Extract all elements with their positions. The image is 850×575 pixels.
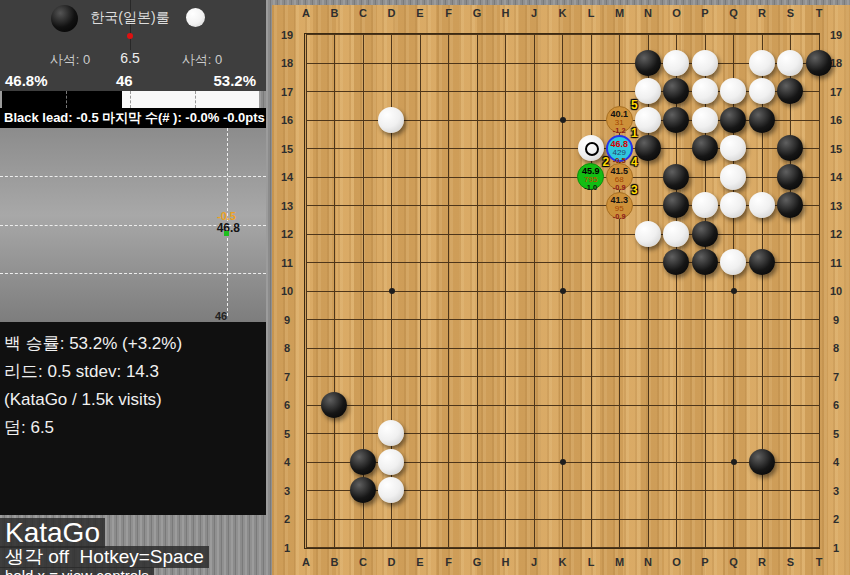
white-stone[interactable]: [777, 50, 803, 76]
board-cell-A13[interactable]: [292, 191, 321, 220]
board-cell-J17[interactable]: [520, 77, 549, 106]
board-cell-N7[interactable]: [634, 362, 663, 391]
board-cell-K8[interactable]: [548, 334, 577, 363]
board-cell-M8[interactable]: [605, 334, 634, 363]
board-cell-T13[interactable]: [805, 191, 834, 220]
board-cell-S17[interactable]: [776, 77, 805, 106]
go-board[interactable]: AABBCCDDEEFFGGHHJJKKLLMMNNOOPPQQRRSSTT19…: [272, 5, 850, 575]
board-cell-D9[interactable]: [377, 305, 406, 334]
board-cell-Q2[interactable]: [719, 505, 748, 534]
winrate-graph[interactable]: -0.5 46.8 46: [0, 128, 266, 322]
board-cell-K11[interactable]: [548, 248, 577, 277]
board-cell-T4[interactable]: [805, 448, 834, 477]
board-cell-E2[interactable]: [406, 505, 435, 534]
board-cell-P11[interactable]: [691, 248, 720, 277]
board-cell-M11[interactable]: [605, 248, 634, 277]
board-cell-C14[interactable]: [349, 163, 378, 192]
board-cell-C3[interactable]: [349, 476, 378, 505]
board-cell-S6[interactable]: [776, 391, 805, 420]
board-cell-G8[interactable]: [463, 334, 492, 363]
white-stone[interactable]: [378, 107, 404, 133]
board-cell-A9[interactable]: [292, 305, 321, 334]
board-cell-A16[interactable]: [292, 106, 321, 135]
board-cell-B8[interactable]: [320, 334, 349, 363]
board-cell-N5[interactable]: [634, 419, 663, 448]
black-stone[interactable]: [663, 107, 689, 133]
board-cell-T19[interactable]: [805, 20, 834, 49]
board-cell-F10[interactable]: [434, 277, 463, 306]
board-cell-L7[interactable]: [577, 362, 606, 391]
board-cell-F3[interactable]: [434, 476, 463, 505]
board-cell-A12[interactable]: [292, 220, 321, 249]
board-cell-P3[interactable]: [691, 476, 720, 505]
board-cell-B5[interactable]: [320, 419, 349, 448]
board-cell-L16[interactable]: [577, 106, 606, 135]
board-cell-B18[interactable]: [320, 49, 349, 78]
board-cell-H4[interactable]: [491, 448, 520, 477]
board-cell-M12[interactable]: [605, 220, 634, 249]
board-cell-G11[interactable]: [463, 248, 492, 277]
board-cell-F9[interactable]: [434, 305, 463, 334]
board-cell-Q5[interactable]: [719, 419, 748, 448]
board-cell-F13[interactable]: [434, 191, 463, 220]
board-cell-D2[interactable]: [377, 505, 406, 534]
board-cell-F15[interactable]: [434, 134, 463, 163]
board-cell-D5[interactable]: [377, 419, 406, 448]
black-stone[interactable]: [350, 449, 376, 475]
board-cell-Q13[interactable]: [719, 191, 748, 220]
board-cell-R6[interactable]: [748, 391, 777, 420]
board-cell-J9[interactable]: [520, 305, 549, 334]
board-cell-H18[interactable]: [491, 49, 520, 78]
board-cell-L5[interactable]: [577, 419, 606, 448]
board-cell-G10[interactable]: [463, 277, 492, 306]
board-cell-A18[interactable]: [292, 49, 321, 78]
board-cell-H3[interactable]: [491, 476, 520, 505]
board-cell-L1[interactable]: [577, 533, 606, 562]
board-cell-S13[interactable]: [776, 191, 805, 220]
board-cell-O3[interactable]: [662, 476, 691, 505]
board-cell-E1[interactable]: [406, 533, 435, 562]
white-stone[interactable]: [578, 135, 604, 161]
board-cell-Q7[interactable]: [719, 362, 748, 391]
white-stone[interactable]: [635, 221, 661, 247]
board-cell-M14[interactable]: 41.568-0.94: [605, 163, 634, 192]
board-cell-T7[interactable]: [805, 362, 834, 391]
board-cell-J4[interactable]: [520, 448, 549, 477]
board-cell-B7[interactable]: [320, 362, 349, 391]
board-cell-Q14[interactable]: [719, 163, 748, 192]
analysis-move-L14[interactable]: 45.9795-1.0: [577, 163, 604, 190]
analysis-move-M13[interactable]: 41.395-0.9: [606, 192, 633, 219]
board-cell-J18[interactable]: [520, 49, 549, 78]
board-cell-T3[interactable]: [805, 476, 834, 505]
board-cell-H16[interactable]: [491, 106, 520, 135]
board-cell-A17[interactable]: [292, 77, 321, 106]
board-cell-H8[interactable]: [491, 334, 520, 363]
board-cell-L4[interactable]: [577, 448, 606, 477]
board-cell-D1[interactable]: [377, 533, 406, 562]
board-cell-R13[interactable]: [748, 191, 777, 220]
board-cell-O13[interactable]: [662, 191, 691, 220]
white-stone[interactable]: [378, 477, 404, 503]
board-cell-P16[interactable]: [691, 106, 720, 135]
board-cell-M10[interactable]: [605, 277, 634, 306]
board-cell-E17[interactable]: [406, 77, 435, 106]
board-cell-O6[interactable]: [662, 391, 691, 420]
board-cell-A10[interactable]: [292, 277, 321, 306]
board-cell-A14[interactable]: [292, 163, 321, 192]
board-cell-G15[interactable]: [463, 134, 492, 163]
board-cell-G12[interactable]: [463, 220, 492, 249]
board-cell-F17[interactable]: [434, 77, 463, 106]
board-cell-F11[interactable]: [434, 248, 463, 277]
board-cell-K15[interactable]: [548, 134, 577, 163]
board-cell-B10[interactable]: [320, 277, 349, 306]
board-cell-M18[interactable]: [605, 49, 634, 78]
black-stone[interactable]: [777, 78, 803, 104]
board-cell-K1[interactable]: [548, 533, 577, 562]
board-cell-N17[interactable]: [634, 77, 663, 106]
board-cell-A5[interactable]: [292, 419, 321, 448]
board-cell-J15[interactable]: [520, 134, 549, 163]
board-cell-R16[interactable]: [748, 106, 777, 135]
board-cell-R19[interactable]: [748, 20, 777, 49]
board-cell-D18[interactable]: [377, 49, 406, 78]
board-cell-G17[interactable]: [463, 77, 492, 106]
board-cell-N18[interactable]: [634, 49, 663, 78]
board-cell-G1[interactable]: [463, 533, 492, 562]
board-cell-G2[interactable]: [463, 505, 492, 534]
board-cell-K6[interactable]: [548, 391, 577, 420]
board-cell-G19[interactable]: [463, 20, 492, 49]
board-cell-R3[interactable]: [748, 476, 777, 505]
white-stone[interactable]: [692, 192, 718, 218]
board-cell-C17[interactable]: [349, 77, 378, 106]
board-cell-S9[interactable]: [776, 305, 805, 334]
board-cell-H1[interactable]: [491, 533, 520, 562]
board-cell-F12[interactable]: [434, 220, 463, 249]
board-cell-T10[interactable]: [805, 277, 834, 306]
board-cell-L8[interactable]: [577, 334, 606, 363]
board-cell-O19[interactable]: [662, 20, 691, 49]
board-cell-A4[interactable]: [292, 448, 321, 477]
board-cell-E7[interactable]: [406, 362, 435, 391]
board-cell-N11[interactable]: [634, 248, 663, 277]
board-cell-N19[interactable]: [634, 20, 663, 49]
board-cell-M2[interactable]: [605, 505, 634, 534]
board-cell-T16[interactable]: [805, 106, 834, 135]
board-cell-S10[interactable]: [776, 277, 805, 306]
board-cell-S2[interactable]: [776, 505, 805, 534]
board-cell-E19[interactable]: [406, 20, 435, 49]
board-cell-A3[interactable]: [292, 476, 321, 505]
board-cell-R7[interactable]: [748, 362, 777, 391]
black-stone[interactable]: [692, 135, 718, 161]
thinking-toggle-label[interactable]: 생각 off Hotkey=Space: [0, 546, 209, 568]
board-cell-Q11[interactable]: [719, 248, 748, 277]
board-cell-P15[interactable]: [691, 134, 720, 163]
board-cell-G14[interactable]: [463, 163, 492, 192]
board-cell-T14[interactable]: [805, 163, 834, 192]
board-cell-B2[interactable]: [320, 505, 349, 534]
analysis-move-M16[interactable]: 40.131-1.2: [606, 106, 633, 133]
board-cell-C1[interactable]: [349, 533, 378, 562]
board-cell-R10[interactable]: [748, 277, 777, 306]
board-cell-M5[interactable]: [605, 419, 634, 448]
white-stone[interactable]: [692, 78, 718, 104]
black-stone[interactable]: [749, 107, 775, 133]
board-cell-Q10[interactable]: [719, 277, 748, 306]
board-cell-B9[interactable]: [320, 305, 349, 334]
board-cell-C13[interactable]: [349, 191, 378, 220]
board-cell-F18[interactable]: [434, 49, 463, 78]
board-cell-F19[interactable]: [434, 20, 463, 49]
board-cell-P17[interactable]: [691, 77, 720, 106]
board-cell-H15[interactable]: [491, 134, 520, 163]
board-cell-N3[interactable]: [634, 476, 663, 505]
board-cell-C15[interactable]: [349, 134, 378, 163]
board-cell-C11[interactable]: [349, 248, 378, 277]
board-cell-L12[interactable]: [577, 220, 606, 249]
board-cell-G6[interactable]: [463, 391, 492, 420]
board-cell-E9[interactable]: [406, 305, 435, 334]
black-stone[interactable]: [777, 192, 803, 218]
board-cell-R8[interactable]: [748, 334, 777, 363]
board-cell-D10[interactable]: [377, 277, 406, 306]
board-cell-T5[interactable]: [805, 419, 834, 448]
board-cell-J8[interactable]: [520, 334, 549, 363]
board-cell-R18[interactable]: [748, 49, 777, 78]
board-cell-S14[interactable]: [776, 163, 805, 192]
board-cell-J13[interactable]: [520, 191, 549, 220]
board-cell-D11[interactable]: [377, 248, 406, 277]
board-cell-D7[interactable]: [377, 362, 406, 391]
board-cell-E4[interactable]: [406, 448, 435, 477]
black-stone[interactable]: [806, 50, 832, 76]
board-cell-T18[interactable]: [805, 49, 834, 78]
board-cell-C10[interactable]: [349, 277, 378, 306]
board-cell-B11[interactable]: [320, 248, 349, 277]
white-stone[interactable]: [720, 192, 746, 218]
board-cell-K16[interactable]: [548, 106, 577, 135]
board-cell-K19[interactable]: [548, 20, 577, 49]
board-cell-A7[interactable]: [292, 362, 321, 391]
board-cell-S8[interactable]: [776, 334, 805, 363]
white-stone[interactable]: [692, 107, 718, 133]
white-stone[interactable]: [749, 50, 775, 76]
board-cell-Q3[interactable]: [719, 476, 748, 505]
white-stone[interactable]: [635, 78, 661, 104]
board-cell-B6[interactable]: [320, 391, 349, 420]
board-cell-H2[interactable]: [491, 505, 520, 534]
board-cell-B12[interactable]: [320, 220, 349, 249]
board-cell-P9[interactable]: [691, 305, 720, 334]
board-cell-R2[interactable]: [748, 505, 777, 534]
board-cell-B4[interactable]: [320, 448, 349, 477]
board-cell-K5[interactable]: [548, 419, 577, 448]
board-cell-C7[interactable]: [349, 362, 378, 391]
white-stone[interactable]: [663, 50, 689, 76]
board-cell-E15[interactable]: [406, 134, 435, 163]
board-cell-J5[interactable]: [520, 419, 549, 448]
white-stone[interactable]: [635, 107, 661, 133]
white-stone[interactable]: [663, 221, 689, 247]
board-cell-E6[interactable]: [406, 391, 435, 420]
white-stone[interactable]: [720, 249, 746, 275]
black-stone[interactable]: [635, 50, 661, 76]
white-stone[interactable]: [749, 78, 775, 104]
board-cell-Q12[interactable]: [719, 220, 748, 249]
board-cell-K18[interactable]: [548, 49, 577, 78]
board-cell-R14[interactable]: [748, 163, 777, 192]
board-cell-M7[interactable]: [605, 362, 634, 391]
board-cell-T6[interactable]: [805, 391, 834, 420]
board-cell-J3[interactable]: [520, 476, 549, 505]
board-cell-Q9[interactable]: [719, 305, 748, 334]
board-cell-P14[interactable]: [691, 163, 720, 192]
board-cell-E14[interactable]: [406, 163, 435, 192]
board-cell-C6[interactable]: [349, 391, 378, 420]
black-stone[interactable]: [749, 449, 775, 475]
board-cell-P10[interactable]: [691, 277, 720, 306]
board-cell-M13[interactable]: 41.395-0.93: [605, 191, 634, 220]
board-cell-T8[interactable]: [805, 334, 834, 363]
board-cell-G16[interactable]: [463, 106, 492, 135]
board-cell-N4[interactable]: [634, 448, 663, 477]
board-cell-C19[interactable]: [349, 20, 378, 49]
analysis-move-M14[interactable]: 41.568-0.9: [606, 163, 633, 190]
board-cell-N1[interactable]: [634, 533, 663, 562]
board-cell-P8[interactable]: [691, 334, 720, 363]
board-cell-M15[interactable]: 46.8429-0.51: [605, 134, 634, 163]
board-cell-S12[interactable]: [776, 220, 805, 249]
board-cell-T2[interactable]: [805, 505, 834, 534]
board-cell-P6[interactable]: [691, 391, 720, 420]
board-cell-J14[interactable]: [520, 163, 549, 192]
board-cell-L14[interactable]: 45.9795-1.02: [577, 163, 606, 192]
board-cell-T9[interactable]: [805, 305, 834, 334]
board-cell-H14[interactable]: [491, 163, 520, 192]
board-cell-E12[interactable]: [406, 220, 435, 249]
board-cell-Q15[interactable]: [719, 134, 748, 163]
board-cell-K17[interactable]: [548, 77, 577, 106]
board-cell-P13[interactable]: [691, 191, 720, 220]
board-cell-P1[interactable]: [691, 533, 720, 562]
board-cell-O17[interactable]: [662, 77, 691, 106]
board-cell-A8[interactable]: [292, 334, 321, 363]
board-cell-F2[interactable]: [434, 505, 463, 534]
black-stone[interactable]: [635, 135, 661, 161]
board-cell-C16[interactable]: [349, 106, 378, 135]
board-cell-T12[interactable]: [805, 220, 834, 249]
board-cell-A19[interactable]: [292, 20, 321, 49]
board-cell-Q8[interactable]: [719, 334, 748, 363]
board-cell-S19[interactable]: [776, 20, 805, 49]
board-cell-M1[interactable]: [605, 533, 634, 562]
board-cell-N15[interactable]: [634, 134, 663, 163]
board-cell-N10[interactable]: [634, 277, 663, 306]
board-cell-E3[interactable]: [406, 476, 435, 505]
board-cell-S3[interactable]: [776, 476, 805, 505]
board-cell-E16[interactable]: [406, 106, 435, 135]
board-cell-D15[interactable]: [377, 134, 406, 163]
board-cell-A11[interactable]: [292, 248, 321, 277]
white-stone[interactable]: [378, 449, 404, 475]
board-cell-K2[interactable]: [548, 505, 577, 534]
board-cell-Q18[interactable]: [719, 49, 748, 78]
board-cell-J7[interactable]: [520, 362, 549, 391]
board-cell-C18[interactable]: [349, 49, 378, 78]
board-cell-M6[interactable]: [605, 391, 634, 420]
board-cell-A2[interactable]: [292, 505, 321, 534]
board-cell-F7[interactable]: [434, 362, 463, 391]
board-cell-J1[interactable]: [520, 533, 549, 562]
board-cell-E11[interactable]: [406, 248, 435, 277]
board-cell-F4[interactable]: [434, 448, 463, 477]
board-cell-J11[interactable]: [520, 248, 549, 277]
board-cell-A15[interactable]: [292, 134, 321, 163]
board-cell-J12[interactable]: [520, 220, 549, 249]
board-cell-L13[interactable]: [577, 191, 606, 220]
board-cell-H12[interactable]: [491, 220, 520, 249]
board-cell-T11[interactable]: [805, 248, 834, 277]
board-cell-L9[interactable]: [577, 305, 606, 334]
board-cell-F5[interactable]: [434, 419, 463, 448]
board-cell-O16[interactable]: [662, 106, 691, 135]
board-cell-S15[interactable]: [776, 134, 805, 163]
board-cell-P19[interactable]: [691, 20, 720, 49]
board-cell-P12[interactable]: [691, 220, 720, 249]
white-stone[interactable]: [378, 420, 404, 446]
black-stone[interactable]: [321, 392, 347, 418]
board-cell-B16[interactable]: [320, 106, 349, 135]
board-cell-E5[interactable]: [406, 419, 435, 448]
board-cell-T1[interactable]: [805, 533, 834, 562]
board-cell-K3[interactable]: [548, 476, 577, 505]
board-cell-L17[interactable]: [577, 77, 606, 106]
board-cell-E8[interactable]: [406, 334, 435, 363]
board-cell-L3[interactable]: [577, 476, 606, 505]
board-cell-L10[interactable]: [577, 277, 606, 306]
black-stone[interactable]: [663, 192, 689, 218]
board-cell-Q1[interactable]: [719, 533, 748, 562]
board-cell-R11[interactable]: [748, 248, 777, 277]
board-cell-E18[interactable]: [406, 49, 435, 78]
board-cell-H17[interactable]: [491, 77, 520, 106]
board-cell-P7[interactable]: [691, 362, 720, 391]
board-cell-R4[interactable]: [748, 448, 777, 477]
board-cell-O15[interactable]: [662, 134, 691, 163]
board-cell-L19[interactable]: [577, 20, 606, 49]
board-cell-K7[interactable]: [548, 362, 577, 391]
board-cell-F1[interactable]: [434, 533, 463, 562]
black-stone[interactable]: [749, 249, 775, 275]
board-cell-J10[interactable]: [520, 277, 549, 306]
board-cell-G13[interactable]: [463, 191, 492, 220]
board-cell-O1[interactable]: [662, 533, 691, 562]
board-cell-E10[interactable]: [406, 277, 435, 306]
board-cell-D16[interactable]: [377, 106, 406, 135]
board-cell-B13[interactable]: [320, 191, 349, 220]
board-cell-D19[interactable]: [377, 20, 406, 49]
board-cell-H9[interactable]: [491, 305, 520, 334]
board-cell-N12[interactable]: [634, 220, 663, 249]
board-cell-O9[interactable]: [662, 305, 691, 334]
board-cell-C12[interactable]: [349, 220, 378, 249]
board-cell-R12[interactable]: [748, 220, 777, 249]
board-cell-N6[interactable]: [634, 391, 663, 420]
